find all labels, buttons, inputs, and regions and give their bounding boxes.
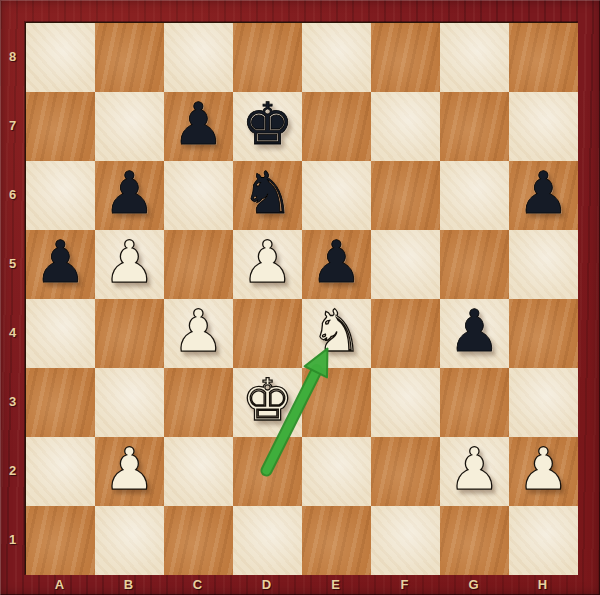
square-g8[interactable] (440, 23, 509, 92)
black-pawn: ♟ (518, 164, 570, 222)
square-d6[interactable]: ♞ (233, 161, 302, 230)
rank-label-8: 8 (0, 22, 25, 91)
square-g1[interactable] (440, 506, 509, 575)
file-label-g: G (439, 574, 508, 595)
square-f1[interactable] (371, 506, 440, 575)
square-c5[interactable] (164, 230, 233, 299)
square-a5[interactable]: ♟ (26, 230, 95, 299)
board: ♟♚♟♞♟♟♟♟♟♟♞♟♚♟♟♟ (25, 22, 577, 574)
black-pawn: ♟ (449, 302, 501, 360)
square-c7[interactable]: ♟ (164, 92, 233, 161)
square-c8[interactable] (164, 23, 233, 92)
black-pawn: ♟ (311, 233, 363, 291)
square-d2[interactable] (233, 437, 302, 506)
white-pawn: ♟ (173, 302, 225, 360)
square-a3[interactable] (26, 368, 95, 437)
square-d1[interactable] (233, 506, 302, 575)
square-f7[interactable] (371, 92, 440, 161)
square-b4[interactable] (95, 299, 164, 368)
square-e3[interactable] (302, 368, 371, 437)
square-a8[interactable] (26, 23, 95, 92)
white-king: ♚ (242, 371, 294, 429)
square-e2[interactable] (302, 437, 371, 506)
rank-label-2: 2 (0, 436, 25, 505)
square-e6[interactable] (302, 161, 371, 230)
file-label-e: E (301, 574, 370, 595)
square-f5[interactable] (371, 230, 440, 299)
black-king: ♚ (242, 95, 294, 153)
square-g5[interactable] (440, 230, 509, 299)
file-labels: ABCDEFGH (25, 574, 577, 595)
white-knight: ♞ (311, 302, 363, 360)
square-d8[interactable] (233, 23, 302, 92)
square-c1[interactable] (164, 506, 233, 575)
square-e5[interactable]: ♟ (302, 230, 371, 299)
square-e1[interactable] (302, 506, 371, 575)
square-c2[interactable] (164, 437, 233, 506)
square-e4[interactable]: ♞ (302, 299, 371, 368)
square-g6[interactable] (440, 161, 509, 230)
rank-label-3: 3 (0, 367, 25, 436)
square-h6[interactable]: ♟ (509, 161, 578, 230)
black-pawn: ♟ (173, 95, 225, 153)
file-label-d: D (232, 574, 301, 595)
square-b6[interactable]: ♟ (95, 161, 164, 230)
square-g3[interactable] (440, 368, 509, 437)
square-d4[interactable] (233, 299, 302, 368)
square-h2[interactable]: ♟ (509, 437, 578, 506)
square-a7[interactable] (26, 92, 95, 161)
square-b7[interactable] (95, 92, 164, 161)
square-b8[interactable] (95, 23, 164, 92)
file-label-f: F (370, 574, 439, 595)
rank-label-4: 4 (0, 298, 25, 367)
square-a1[interactable] (26, 506, 95, 575)
square-e8[interactable] (302, 23, 371, 92)
square-b5[interactable]: ♟ (95, 230, 164, 299)
square-a6[interactable] (26, 161, 95, 230)
board-frame: 87654321 ♟♚♟♞♟♟♟♟♟♟♞♟♚♟♟♟ ABCDEFGH (0, 0, 600, 595)
file-label-b: B (94, 574, 163, 595)
square-d3[interactable]: ♚ (233, 368, 302, 437)
square-g7[interactable] (440, 92, 509, 161)
square-d5[interactable]: ♟ (233, 230, 302, 299)
square-c3[interactable] (164, 368, 233, 437)
square-f2[interactable] (371, 437, 440, 506)
square-b1[interactable] (95, 506, 164, 575)
square-f3[interactable] (371, 368, 440, 437)
black-pawn: ♟ (35, 233, 87, 291)
white-pawn: ♟ (518, 440, 570, 498)
file-label-c: C (163, 574, 232, 595)
black-knight: ♞ (242, 164, 294, 222)
square-h8[interactable] (509, 23, 578, 92)
white-pawn: ♟ (104, 440, 156, 498)
square-h3[interactable] (509, 368, 578, 437)
square-b2[interactable]: ♟ (95, 437, 164, 506)
square-d7[interactable]: ♚ (233, 92, 302, 161)
square-e7[interactable] (302, 92, 371, 161)
square-g4[interactable]: ♟ (440, 299, 509, 368)
rank-label-1: 1 (0, 505, 25, 574)
square-c4[interactable]: ♟ (164, 299, 233, 368)
rank-label-6: 6 (0, 160, 25, 229)
file-label-h: H (508, 574, 577, 595)
square-h7[interactable] (509, 92, 578, 161)
square-g2[interactable]: ♟ (440, 437, 509, 506)
square-a4[interactable] (26, 299, 95, 368)
square-b3[interactable] (95, 368, 164, 437)
square-f4[interactable] (371, 299, 440, 368)
square-a2[interactable] (26, 437, 95, 506)
square-h5[interactable] (509, 230, 578, 299)
rank-labels: 87654321 (0, 22, 25, 574)
white-pawn: ♟ (242, 233, 294, 291)
rank-label-5: 5 (0, 229, 25, 298)
rank-label-7: 7 (0, 91, 25, 160)
square-c6[interactable] (164, 161, 233, 230)
square-h4[interactable] (509, 299, 578, 368)
white-pawn: ♟ (104, 233, 156, 291)
white-pawn: ♟ (449, 440, 501, 498)
square-f8[interactable] (371, 23, 440, 92)
file-label-a: A (25, 574, 94, 595)
square-h1[interactable] (509, 506, 578, 575)
black-pawn: ♟ (104, 164, 156, 222)
square-f6[interactable] (371, 161, 440, 230)
